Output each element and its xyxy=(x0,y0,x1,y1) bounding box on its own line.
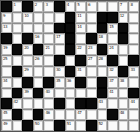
black-cell xyxy=(97,77,108,88)
cell[interactable]: 4 xyxy=(65,1,76,12)
cell[interactable]: 22 xyxy=(75,44,86,55)
cell[interactable]: 41 xyxy=(107,88,118,99)
cell[interactable] xyxy=(65,109,76,120)
cell[interactable] xyxy=(86,109,97,120)
black-cell xyxy=(75,77,86,88)
black-cell xyxy=(86,98,97,109)
cell[interactable] xyxy=(128,33,139,44)
black-cell xyxy=(75,98,86,109)
clue-number: 25 xyxy=(3,56,7,61)
cell[interactable] xyxy=(12,55,23,66)
black-cell xyxy=(97,12,108,23)
cell[interactable] xyxy=(118,120,129,131)
black-cell xyxy=(65,23,76,34)
clue-number: 31 xyxy=(77,67,81,72)
black-cell xyxy=(118,23,129,34)
cell[interactable] xyxy=(54,44,65,55)
clue-number: 34 xyxy=(3,78,7,83)
clue-number: 3 xyxy=(45,2,47,7)
cell[interactable]: 37 xyxy=(107,77,118,88)
cell[interactable] xyxy=(128,120,139,131)
cell[interactable]: 23 xyxy=(86,44,97,55)
clue-number: 36 xyxy=(67,78,71,83)
clue-number: 51 xyxy=(67,121,71,126)
cell[interactable] xyxy=(86,88,97,99)
cell[interactable]: 10 xyxy=(22,12,33,23)
black-cell xyxy=(75,55,86,66)
cell[interactable] xyxy=(54,12,65,23)
black-cell xyxy=(12,88,23,99)
cell[interactable] xyxy=(86,12,97,23)
cell[interactable] xyxy=(54,109,65,120)
clue-number: 24 xyxy=(109,45,113,50)
cell[interactable] xyxy=(75,88,86,99)
cell[interactable] xyxy=(33,66,44,77)
black-cell xyxy=(1,33,12,44)
clue-number: 19 xyxy=(3,45,7,50)
cell[interactable] xyxy=(22,98,33,109)
black-cell xyxy=(22,77,33,88)
black-cell xyxy=(1,1,12,12)
cell[interactable]: 3 xyxy=(43,1,54,12)
clue-number: 30 xyxy=(56,67,60,72)
black-cell xyxy=(33,88,44,99)
cell[interactable]: 9 xyxy=(1,12,12,23)
cell[interactable] xyxy=(97,66,108,77)
cell[interactable] xyxy=(54,88,65,99)
black-cell xyxy=(33,44,44,55)
cell[interactable] xyxy=(65,88,76,99)
clue-number: 6 xyxy=(88,2,90,7)
cell[interactable] xyxy=(128,109,139,120)
cell[interactable]: 16 xyxy=(33,33,44,44)
cell[interactable] xyxy=(12,77,23,88)
cell[interactable]: 38 xyxy=(118,77,129,88)
cell[interactable] xyxy=(33,12,44,23)
clue-number: 33 xyxy=(130,67,134,72)
cell[interactable]: 29 xyxy=(22,66,33,77)
cell[interactable]: 24 xyxy=(107,44,118,55)
cell[interactable]: 13 xyxy=(1,23,12,34)
cell[interactable] xyxy=(33,98,44,109)
black-cell xyxy=(118,33,129,44)
cell[interactable] xyxy=(12,33,23,44)
clue-number: 49 xyxy=(3,121,7,126)
black-cell xyxy=(22,120,33,131)
black-cell xyxy=(65,33,76,44)
cell[interactable]: 8 xyxy=(128,1,139,12)
clue-number: 2 xyxy=(35,2,37,7)
cell[interactable]: 50 xyxy=(33,120,44,131)
cell[interactable]: 30 xyxy=(54,66,65,77)
clue-number: 47 xyxy=(77,110,81,115)
cell[interactable] xyxy=(65,98,76,109)
cell[interactable] xyxy=(43,23,54,34)
cell[interactable] xyxy=(128,44,139,55)
black-cell xyxy=(54,1,65,12)
cell[interactable] xyxy=(43,12,54,23)
clue-number: 48 xyxy=(120,110,124,115)
cell[interactable] xyxy=(118,88,129,99)
clue-number: 5 xyxy=(77,2,79,7)
clue-number: 50 xyxy=(35,121,39,126)
cell[interactable]: 20 xyxy=(22,44,33,55)
cell[interactable] xyxy=(86,23,97,34)
cell[interactable] xyxy=(75,120,86,131)
cell[interactable]: 48 xyxy=(118,109,129,120)
cell[interactable] xyxy=(97,109,108,120)
cell[interactable]: 15 xyxy=(107,23,118,34)
cell[interactable]: 12 xyxy=(118,12,129,23)
clue-number: 37 xyxy=(109,78,113,83)
clue-number: 52 xyxy=(99,121,103,126)
black-cell xyxy=(118,66,129,77)
clue-number: 35 xyxy=(56,78,60,83)
cell[interactable]: 42 xyxy=(12,98,23,109)
cell[interactable] xyxy=(86,77,97,88)
black-cell xyxy=(97,44,108,55)
cell[interactable]: 51 xyxy=(65,120,76,131)
black-cell xyxy=(1,98,12,109)
clue-number: 1 xyxy=(14,2,16,7)
clue-number: 15 xyxy=(109,24,113,29)
clue-number: 41 xyxy=(109,89,113,94)
cell[interactable] xyxy=(33,23,44,34)
clue-number: 8 xyxy=(130,2,132,7)
cell[interactable]: 34 xyxy=(1,77,12,88)
clue-number: 42 xyxy=(14,99,18,104)
cell[interactable] xyxy=(118,44,129,55)
cell[interactable] xyxy=(75,33,86,44)
cell[interactable] xyxy=(107,1,118,12)
cell[interactable] xyxy=(33,77,44,88)
black-cell xyxy=(107,109,118,120)
cell[interactable]: 14 xyxy=(75,23,86,34)
cell[interactable] xyxy=(1,66,12,77)
cell[interactable]: 27 xyxy=(86,55,97,66)
clue-number: 7 xyxy=(120,2,122,7)
clue-number: 28 xyxy=(99,56,103,61)
cell[interactable] xyxy=(22,55,33,66)
cell[interactable]: 35 xyxy=(54,77,65,88)
cell[interactable] xyxy=(43,33,54,44)
clue-number: 12 xyxy=(120,13,124,18)
cell[interactable]: 5 xyxy=(75,1,86,12)
clue-number: 27 xyxy=(88,56,92,61)
cell[interactable] xyxy=(1,88,12,99)
cell[interactable] xyxy=(12,23,23,34)
cell[interactable]: 47 xyxy=(75,109,86,120)
clue-number: 16 xyxy=(35,34,39,39)
cell[interactable] xyxy=(12,120,23,131)
cell[interactable]: 31 xyxy=(75,66,86,77)
clue-number: 4 xyxy=(67,2,69,7)
black-cell xyxy=(107,12,118,23)
black-cell xyxy=(65,66,76,77)
cell[interactable] xyxy=(43,55,54,66)
clue-number: 14 xyxy=(77,24,81,29)
clue-number: 45 xyxy=(3,110,7,115)
clue-number: 32 xyxy=(109,67,113,72)
cell[interactable]: 44 xyxy=(128,98,139,109)
black-cell xyxy=(86,33,97,44)
cell[interactable]: 46 xyxy=(43,109,54,120)
black-cell xyxy=(12,66,23,77)
cell[interactable] xyxy=(22,23,33,34)
cell[interactable] xyxy=(43,120,54,131)
clue-number: 11 xyxy=(77,13,81,18)
cell[interactable] xyxy=(22,109,33,120)
cell[interactable]: 1 xyxy=(12,1,23,12)
cell[interactable] xyxy=(107,120,118,131)
clue-number: 9 xyxy=(3,13,5,18)
cell[interactable]: 33 xyxy=(128,66,139,77)
cell[interactable]: 32 xyxy=(107,66,118,77)
cell[interactable] xyxy=(118,55,129,66)
clue-number: 17 xyxy=(56,34,60,39)
cell[interactable]: 17 xyxy=(54,33,65,44)
cell[interactable]: 25 xyxy=(1,55,12,66)
black-cell xyxy=(97,23,108,34)
black-cell xyxy=(128,55,139,66)
clue-number: 20 xyxy=(24,45,28,50)
cell[interactable] xyxy=(12,12,23,23)
cell[interactable] xyxy=(118,98,129,109)
black-cell xyxy=(86,120,97,131)
black-cell xyxy=(65,12,76,23)
cell[interactable]: 26 xyxy=(33,55,44,66)
crossword-board: 1234567891011121314151617181920212223242… xyxy=(0,0,140,132)
black-cell xyxy=(22,33,33,44)
cell[interactable] xyxy=(43,66,54,77)
black-cell xyxy=(12,109,23,120)
cell[interactable]: 52 xyxy=(97,120,108,131)
cell[interactable]: 18 xyxy=(97,33,108,44)
cell[interactable]: 28 xyxy=(97,55,108,66)
cell[interactable]: 45 xyxy=(1,109,12,120)
clue-number: 40 xyxy=(45,89,49,94)
clue-number: 29 xyxy=(24,67,28,72)
cell[interactable]: 39 xyxy=(22,88,33,99)
clue-number: 46 xyxy=(45,110,49,115)
black-cell xyxy=(65,44,76,55)
clue-number: 43 xyxy=(99,99,103,104)
black-cell xyxy=(54,55,65,66)
cell[interactable]: 7 xyxy=(118,1,129,12)
cell[interactable]: 49 xyxy=(1,120,12,131)
black-cell xyxy=(54,120,65,131)
black-cell xyxy=(22,1,33,12)
clue-number: 39 xyxy=(24,89,28,94)
clue-number: 44 xyxy=(130,99,134,104)
cell[interactable] xyxy=(86,66,97,77)
cell[interactable]: 36 xyxy=(65,77,76,88)
cell[interactable] xyxy=(128,12,139,23)
cell[interactable] xyxy=(97,1,108,12)
black-cell xyxy=(43,77,54,88)
cell[interactable]: 43 xyxy=(97,98,108,109)
cell[interactable] xyxy=(107,33,118,44)
clue-number: 38 xyxy=(120,78,124,83)
clue-number: 22 xyxy=(77,45,81,50)
black-cell xyxy=(54,98,65,109)
clue-number: 21 xyxy=(45,45,49,50)
cell[interactable]: 21 xyxy=(43,44,54,55)
cell[interactable] xyxy=(65,55,76,66)
crossword-puzzle: 1234567891011121314151617181920212223242… xyxy=(0,0,140,132)
cell[interactable]: 6 xyxy=(86,1,97,12)
cell[interactable]: 19 xyxy=(1,44,12,55)
cell[interactable] xyxy=(128,23,139,34)
black-cell xyxy=(128,88,139,99)
cell[interactable] xyxy=(128,77,139,88)
clue-number: 13 xyxy=(3,24,7,29)
clue-number: 23 xyxy=(88,45,92,50)
black-cell xyxy=(33,109,44,120)
cell[interactable] xyxy=(107,98,118,109)
black-cell xyxy=(107,55,118,66)
clue-number: 18 xyxy=(99,34,103,39)
cell[interactable]: 40 xyxy=(43,88,54,99)
black-cell xyxy=(12,44,23,55)
cell[interactable] xyxy=(43,98,54,109)
clue-number: 26 xyxy=(35,56,39,61)
black-cell xyxy=(97,88,108,99)
cell[interactable]: 2 xyxy=(33,1,44,12)
black-cell xyxy=(54,23,65,34)
cell[interactable]: 11 xyxy=(75,12,86,23)
clue-number: 10 xyxy=(24,13,28,18)
